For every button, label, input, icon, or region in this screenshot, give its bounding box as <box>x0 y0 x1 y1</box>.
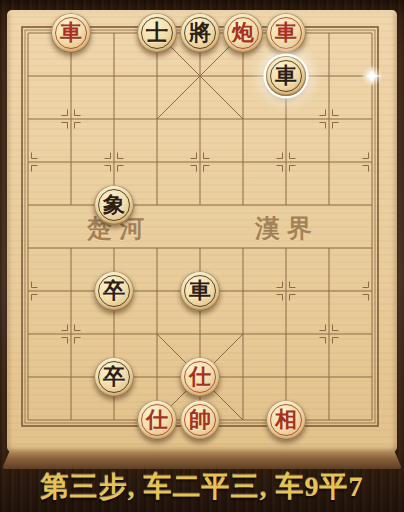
piece-glyph: 仕 <box>189 366 211 388</box>
piece-glyph: 炮 <box>232 22 254 44</box>
move-caption: 第三步, 车二平三, 车9平7 <box>0 464 404 510</box>
piece-glyph: 象 <box>103 194 125 216</box>
piece-glyph: 車 <box>275 22 297 44</box>
piece-red-general[interactable]: 帥 <box>180 400 220 440</box>
piece-glyph: 卒 <box>103 366 125 388</box>
piece-red-advisor[interactable]: 仕 <box>137 400 177 440</box>
piece-black-advisor[interactable]: 士 <box>137 13 177 53</box>
piece-glyph: 相 <box>275 409 297 431</box>
xiangqi-app-screen: 楚河 漢界 車士將炮車車象卒車卒仕仕帥相 第三步, 车二平三, 车9平7 <box>0 0 404 512</box>
piece-glyph: 車 <box>60 22 82 44</box>
piece-glyph: 將 <box>189 22 211 44</box>
move-origin-sparkle-icon <box>360 64 384 88</box>
piece-red-elephant[interactable]: 相 <box>266 400 306 440</box>
piece-red-chariot[interactable]: 車 <box>51 13 91 53</box>
piece-black-chariot[interactable]: 車 <box>266 56 306 96</box>
piece-glyph: 士 <box>146 22 168 44</box>
piece-black-chariot[interactable]: 車 <box>180 271 220 311</box>
piece-glyph: 車 <box>189 280 211 302</box>
piece-black-soldier[interactable]: 卒 <box>94 271 134 311</box>
piece-black-elephant[interactable]: 象 <box>94 185 134 225</box>
piece-red-cannon[interactable]: 炮 <box>223 13 263 53</box>
piece-glyph: 帥 <box>189 409 211 431</box>
piece-red-advisor[interactable]: 仕 <box>180 357 220 397</box>
piece-glyph: 仕 <box>146 409 168 431</box>
piece-red-chariot[interactable]: 車 <box>266 13 306 53</box>
piece-glyph: 車 <box>275 65 297 87</box>
piece-black-soldier[interactable]: 卒 <box>94 357 134 397</box>
piece-glyph: 卒 <box>103 280 125 302</box>
piece-black-general[interactable]: 將 <box>180 13 220 53</box>
